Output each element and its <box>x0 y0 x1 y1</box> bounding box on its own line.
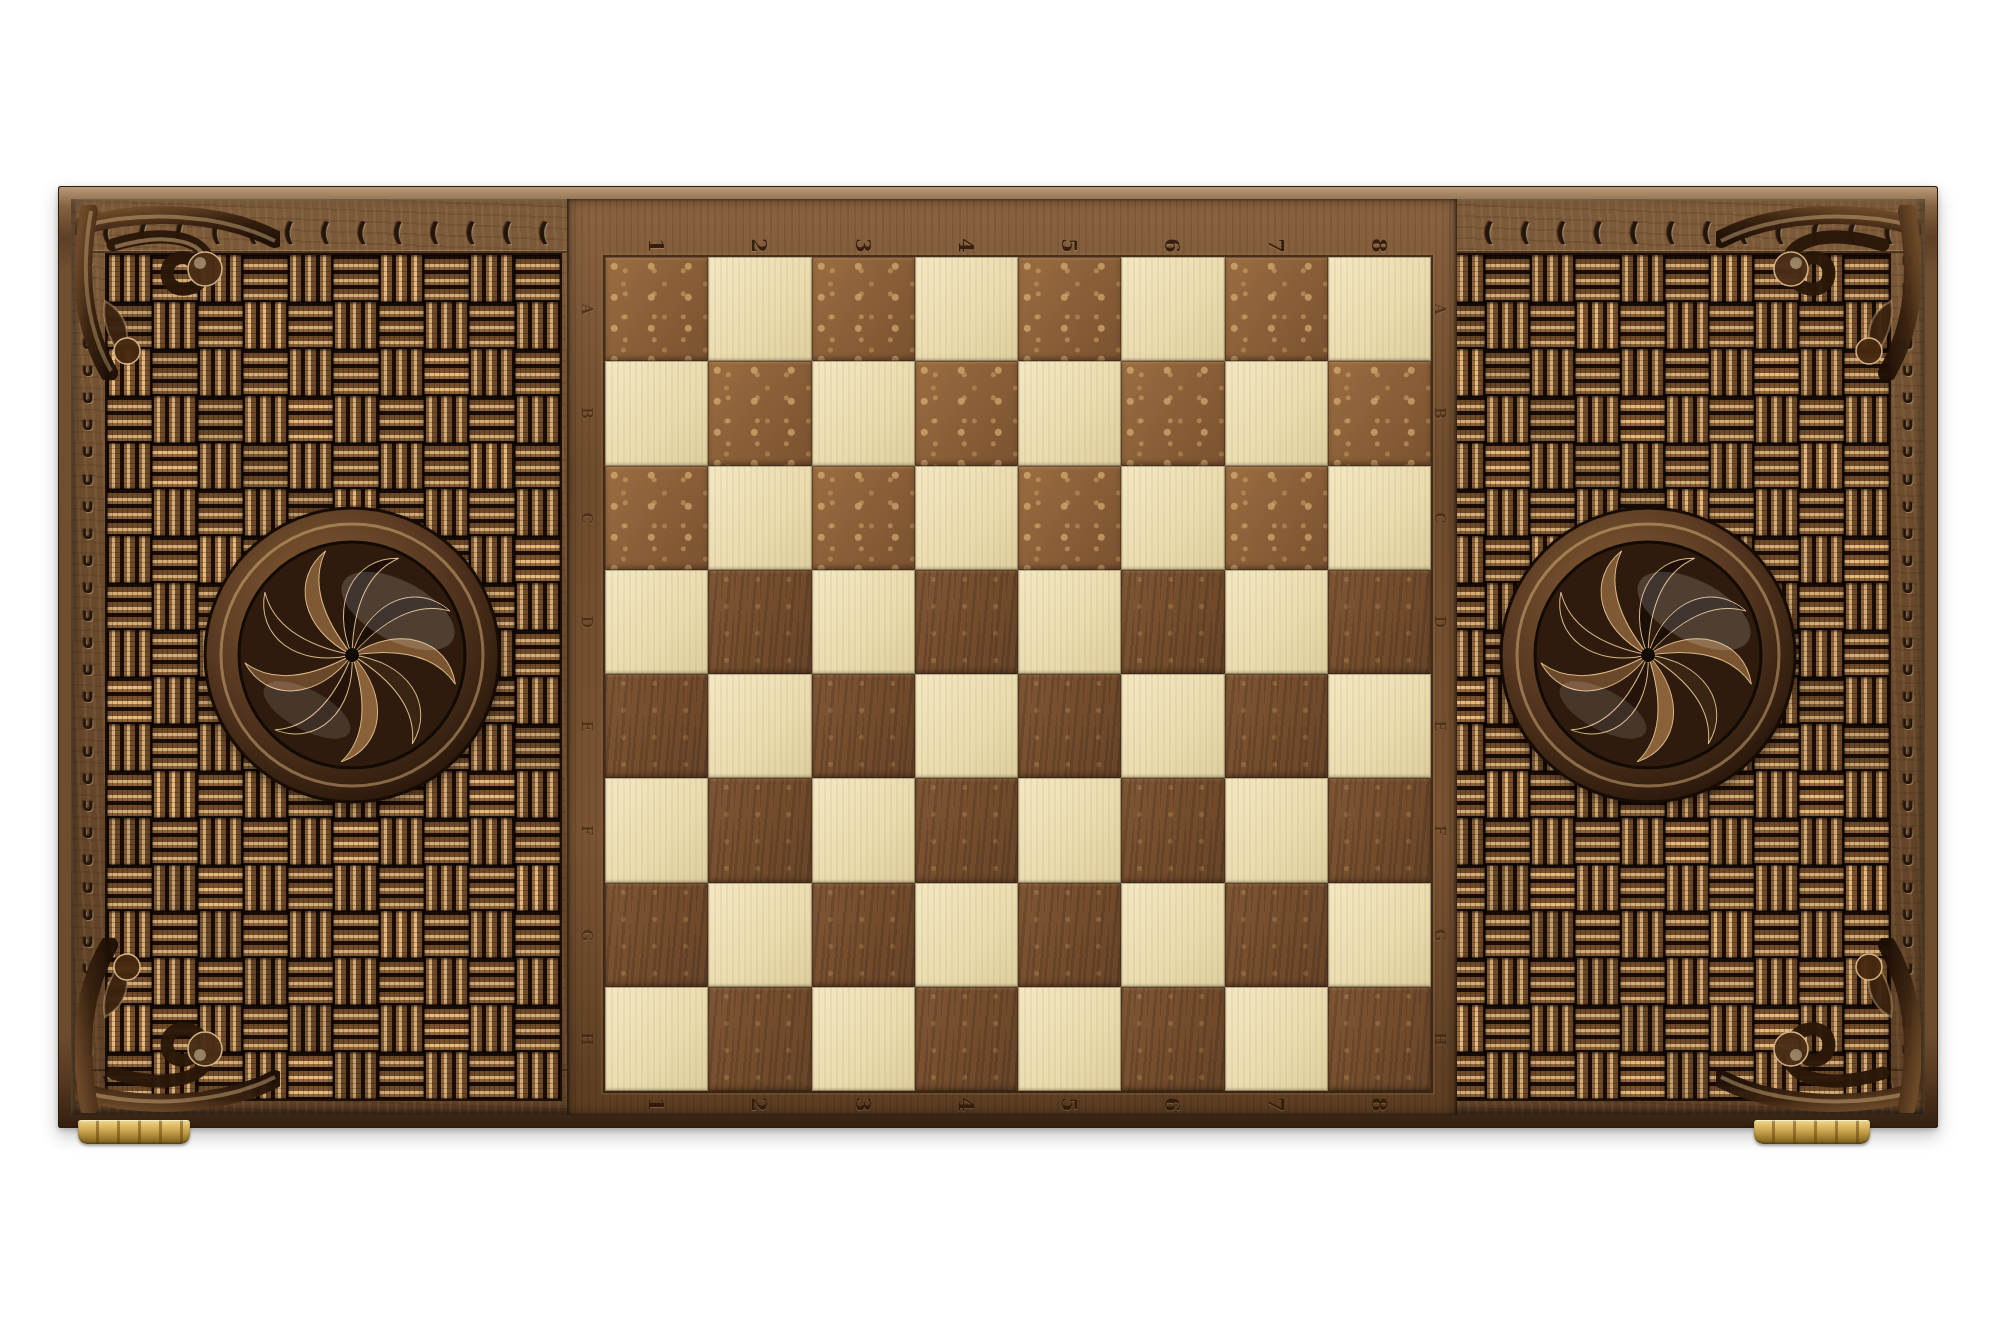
border-carving-mark: ∪ <box>81 715 95 742</box>
square-c5[interactable] <box>1018 466 1121 570</box>
square-e7[interactable] <box>1225 674 1328 778</box>
weave-cell <box>515 255 560 302</box>
square-h1[interactable] <box>605 987 708 1091</box>
square-b6[interactable] <box>1121 361 1224 465</box>
weave-cell <box>1844 443 1889 490</box>
square-d6[interactable] <box>1121 570 1224 674</box>
weave-cell <box>424 396 469 443</box>
border-carving-mark: ∪ <box>81 879 95 906</box>
border-carving-mark: ∪ <box>1901 743 1915 770</box>
square-f1[interactable] <box>605 778 708 882</box>
weave-cell <box>152 583 197 630</box>
weave-cell <box>1530 818 1575 865</box>
weave-cell <box>1665 443 1710 490</box>
border-carving-mark: ∪ <box>1901 688 1915 715</box>
border-carving-mark: ( <box>1652 220 1688 245</box>
border-carving-mark: ∪ <box>81 416 95 443</box>
weave-cell <box>1575 958 1620 1005</box>
weave-cell <box>515 349 560 396</box>
square-a3[interactable] <box>812 257 915 361</box>
weave-cell <box>288 1005 333 1052</box>
weave-cell <box>107 396 152 443</box>
border-carving-mark: ∪ <box>1901 579 1915 606</box>
square-g4[interactable] <box>915 883 1018 987</box>
weave-cell <box>515 771 560 818</box>
border-carving-mark: ∪ <box>1901 770 1915 797</box>
rank-letters-left: ABCDEFGH <box>576 257 598 1091</box>
left-swirl-medallion <box>202 505 502 805</box>
weave-cell <box>1485 255 1530 302</box>
weave-cell <box>1754 818 1799 865</box>
weave-cell <box>469 958 514 1005</box>
border-carving-mark: ∪ <box>81 471 95 498</box>
border-carving-mark: ( <box>525 220 561 245</box>
corner-ornament-top-left <box>75 205 280 380</box>
weave-cell <box>333 911 378 958</box>
weave-cell <box>515 443 560 490</box>
weave-cell <box>333 302 378 349</box>
weave-cell <box>152 724 197 771</box>
border-carving-mark: ∪ <box>81 443 95 470</box>
weave-cell <box>1665 958 1710 1005</box>
weave-cell <box>1665 818 1710 865</box>
square-g6[interactable] <box>1121 883 1224 987</box>
weave-cell <box>469 443 514 490</box>
weave-cell <box>152 771 197 818</box>
weave-cell <box>515 865 560 912</box>
weave-cell <box>198 865 243 912</box>
weave-cell <box>243 818 288 865</box>
weave-cell <box>1530 255 1575 302</box>
border-carving-mark: ∪ <box>81 525 95 552</box>
border-carving-mark: ( <box>489 220 525 245</box>
weave-cell <box>1575 443 1620 490</box>
weave-cell <box>152 536 197 583</box>
weave-cell <box>1530 1052 1575 1099</box>
weave-cell <box>469 818 514 865</box>
rank-letters-right: ABCDEFGH <box>1429 257 1451 1091</box>
weave-cell <box>379 396 424 443</box>
border-carving-mark: ( <box>1543 220 1579 245</box>
weave-cell <box>107 724 152 771</box>
weave-cell <box>107 677 152 724</box>
weave-cell <box>107 489 152 536</box>
border-carving-mark: ( <box>380 220 416 245</box>
square-f5[interactable] <box>1018 778 1121 882</box>
square-f3[interactable] <box>812 778 915 882</box>
border-carving-mark: ∪ <box>1901 824 1915 851</box>
border-carving-mark: ( <box>416 220 452 245</box>
weave-cell <box>333 958 378 1005</box>
weave-cell <box>1575 1052 1620 1099</box>
square-d7[interactable] <box>1225 570 1328 674</box>
border-carving-mark: ( <box>1616 220 1652 245</box>
border-carving-mark: ∪ <box>1901 471 1915 498</box>
square-c8[interactable] <box>1328 466 1431 570</box>
weave-cell <box>1575 1005 1620 1052</box>
border-carving-mark: ∪ <box>81 634 95 661</box>
weave-cell <box>107 443 152 490</box>
square-d4[interactable] <box>915 570 1018 674</box>
square-b5[interactable] <box>1018 361 1121 465</box>
square-a1[interactable] <box>605 257 708 361</box>
square-g5[interactable] <box>1018 883 1121 987</box>
weave-cell <box>107 630 152 677</box>
square-a8[interactable] <box>1328 257 1431 361</box>
border-carving-mark: ∪ <box>81 498 95 525</box>
weave-cell <box>469 1005 514 1052</box>
border-carving-mark: ∪ <box>1901 879 1915 906</box>
square-a6[interactable] <box>1121 257 1224 361</box>
square-f6[interactable] <box>1121 778 1224 882</box>
weave-cell <box>1844 396 1889 443</box>
square-d1[interactable] <box>605 570 708 674</box>
weave-cell <box>1620 396 1665 443</box>
weave-cell <box>288 396 333 443</box>
weave-cell <box>1844 865 1889 912</box>
border-carving-mark: ∪ <box>1901 607 1915 634</box>
border-carving-mark: ∪ <box>1901 443 1915 470</box>
border-carving-mark: ( <box>453 220 489 245</box>
weave-cell <box>288 958 333 1005</box>
weave-cell <box>198 396 243 443</box>
weave-cell <box>424 911 469 958</box>
square-g7[interactable] <box>1225 883 1328 987</box>
weave-cell <box>333 443 378 490</box>
square-h4[interactable] <box>915 987 1018 1091</box>
weave-cell <box>333 818 378 865</box>
weave-cell <box>379 958 424 1005</box>
weave-cell <box>515 536 560 583</box>
weave-cell <box>1620 302 1665 349</box>
weave-cell <box>1799 630 1844 677</box>
weave-cell <box>107 818 152 865</box>
square-e4[interactable] <box>915 674 1018 778</box>
weave-cell <box>1530 443 1575 490</box>
square-a2[interactable] <box>708 257 811 361</box>
weave-cell <box>424 1005 469 1052</box>
square-f4[interactable] <box>915 778 1018 882</box>
border-carving-mark: ∪ <box>81 770 95 797</box>
weave-cell <box>1844 818 1889 865</box>
border-carving-mark: ∪ <box>1901 661 1915 688</box>
square-g3[interactable] <box>812 883 915 987</box>
corner-ornament-top-right <box>1716 205 1921 380</box>
weave-cell <box>243 443 288 490</box>
weave-cell <box>1530 396 1575 443</box>
weave-cell <box>1530 302 1575 349</box>
weave-cell <box>1575 349 1620 396</box>
weave-cell <box>469 865 514 912</box>
weave-cell <box>424 302 469 349</box>
weave-cell <box>1799 771 1844 818</box>
border-carving-mark: ∪ <box>1901 715 1915 742</box>
weave-cell <box>107 583 152 630</box>
square-h7[interactable] <box>1225 987 1328 1091</box>
border-carving-mark: ∪ <box>1901 797 1915 824</box>
square-a5[interactable] <box>1018 257 1121 361</box>
weave-cell <box>243 396 288 443</box>
square-f8[interactable] <box>1328 778 1431 882</box>
weave-cell <box>288 443 333 490</box>
square-h8[interactable] <box>1328 987 1431 1091</box>
square-f2[interactable] <box>708 778 811 882</box>
weave-cell <box>1620 1052 1665 1099</box>
weave-cell <box>379 443 424 490</box>
weave-cell <box>515 958 560 1005</box>
weave-cell <box>1665 1005 1710 1052</box>
weave-cell <box>1799 583 1844 630</box>
weave-cell <box>1665 1052 1710 1099</box>
border-carving-mark: ∪ <box>81 389 95 416</box>
weave-cell <box>424 255 469 302</box>
weave-cell <box>515 630 560 677</box>
weave-cell <box>379 865 424 912</box>
weave-cell <box>469 911 514 958</box>
weave-cell <box>469 396 514 443</box>
eternity-rosette-icon <box>1498 505 1798 805</box>
weave-cell <box>288 911 333 958</box>
border-carving-mark: ∪ <box>1901 389 1915 416</box>
weave-cell <box>1620 1005 1665 1052</box>
weave-cell <box>1575 911 1620 958</box>
weave-cell <box>1620 865 1665 912</box>
weave-cell <box>1485 349 1530 396</box>
border-carving-mark: ( <box>307 220 343 245</box>
weave-cell <box>1575 865 1620 912</box>
square-e5[interactable] <box>1018 674 1121 778</box>
border-carving-mark: ∪ <box>1901 416 1915 443</box>
square-c2[interactable] <box>708 466 811 570</box>
weave-cell <box>152 443 197 490</box>
weave-cell <box>1844 583 1889 630</box>
weave-cell <box>1485 958 1530 1005</box>
weave-cell <box>107 536 152 583</box>
weave-cell <box>1709 818 1754 865</box>
weave-cell <box>1530 911 1575 958</box>
square-b7[interactable] <box>1225 361 1328 465</box>
weave-cell <box>1485 865 1530 912</box>
weave-cell <box>198 443 243 490</box>
weave-cell <box>424 443 469 490</box>
weave-cell <box>288 302 333 349</box>
square-c3[interactable] <box>812 466 915 570</box>
square-d8[interactable] <box>1328 570 1431 674</box>
weave-cell <box>1620 255 1665 302</box>
weave-cell <box>1575 302 1620 349</box>
square-h2[interactable] <box>708 987 811 1091</box>
weave-cell <box>379 302 424 349</box>
weave-cell <box>107 771 152 818</box>
weave-cell <box>152 818 197 865</box>
weave-cell <box>288 255 333 302</box>
weave-cell <box>1575 396 1620 443</box>
weave-cell <box>333 1052 378 1099</box>
square-g8[interactable] <box>1328 883 1431 987</box>
weave-cell <box>1485 443 1530 490</box>
weave-cell <box>1575 255 1620 302</box>
border-carving-mark: ∪ <box>81 906 95 933</box>
weave-cell <box>469 302 514 349</box>
weave-cell <box>288 349 333 396</box>
weave-cell <box>333 865 378 912</box>
weave-cell <box>1799 443 1844 490</box>
weave-cell <box>1620 443 1665 490</box>
weave-cell <box>1530 865 1575 912</box>
weave-cell <box>1799 818 1844 865</box>
square-b8[interactable] <box>1328 361 1431 465</box>
weave-cell <box>1620 349 1665 396</box>
square-e3[interactable] <box>812 674 915 778</box>
file-numbers-top: 12345678 <box>605 233 1431 256</box>
square-f7[interactable] <box>1225 778 1328 882</box>
weave-cell <box>1485 1052 1530 1099</box>
border-carving-mark: ∪ <box>81 552 95 579</box>
border-carving-mark: ∪ <box>81 797 95 824</box>
weave-cell <box>333 1005 378 1052</box>
weave-cell <box>333 396 378 443</box>
weave-cell <box>1665 396 1710 443</box>
weave-cell <box>424 818 469 865</box>
weave-cell <box>152 865 197 912</box>
border-carving-mark: ( <box>1471 220 1507 245</box>
weave-cell <box>1665 865 1710 912</box>
square-g2[interactable] <box>708 883 811 987</box>
border-carving-mark: ∪ <box>81 661 95 688</box>
border-carving-mark: ( <box>1507 220 1543 245</box>
weave-cell <box>1665 255 1710 302</box>
square-d3[interactable] <box>812 570 915 674</box>
border-carving-mark: ∪ <box>81 607 95 634</box>
weave-cell <box>379 1005 424 1052</box>
weave-cell <box>1575 818 1620 865</box>
weave-cell <box>198 818 243 865</box>
weave-cell <box>424 958 469 1005</box>
weave-cell <box>1709 865 1754 912</box>
weave-cell <box>1799 865 1844 912</box>
border-carving-mark: ∪ <box>81 851 95 878</box>
border-carving-mark: ( <box>344 220 380 245</box>
square-a7[interactable] <box>1225 257 1328 361</box>
screenshot: ((((((((((((((((((((((((((((((((((((((((… <box>0 0 2000 1333</box>
square-c7[interactable] <box>1225 466 1328 570</box>
square-h5[interactable] <box>1018 987 1121 1091</box>
eternity-rosette-icon <box>202 505 502 805</box>
corner-ornament-bottom-left <box>75 938 280 1113</box>
weave-cell <box>424 349 469 396</box>
weave-cell <box>1754 396 1799 443</box>
weave-cell <box>1665 911 1710 958</box>
weave-cell <box>379 349 424 396</box>
weave-cell <box>379 255 424 302</box>
weave-cell <box>1665 302 1710 349</box>
border-carving-mark: ∪ <box>1901 906 1915 933</box>
weave-cell <box>152 489 197 536</box>
file-numbers-bottom: 12345678 <box>605 1092 1431 1114</box>
weave-cell <box>379 818 424 865</box>
square-a4[interactable] <box>915 257 1018 361</box>
weave-cell <box>469 349 514 396</box>
weave-cell <box>424 1052 469 1099</box>
border-carving-mark: ∪ <box>1901 498 1915 525</box>
weave-cell <box>1844 489 1889 536</box>
weave-cell <box>152 677 197 724</box>
weave-cell <box>1799 489 1844 536</box>
border-carving-mark: ∪ <box>1901 552 1915 579</box>
square-d5[interactable] <box>1018 570 1121 674</box>
weave-cell <box>1844 677 1889 724</box>
weave-cell <box>1754 865 1799 912</box>
weave-cell <box>243 865 288 912</box>
weave-cell <box>1754 443 1799 490</box>
weave-cell <box>288 865 333 912</box>
square-b4[interactable] <box>915 361 1018 465</box>
carved-surface: ((((((((((((((((((((((((((((((((((((((((… <box>71 199 1925 1115</box>
weave-cell <box>1844 630 1889 677</box>
weave-cell <box>333 255 378 302</box>
weave-cell <box>1620 911 1665 958</box>
weave-cell <box>1844 771 1889 818</box>
square-d2[interactable] <box>708 570 811 674</box>
weave-cell <box>1709 396 1754 443</box>
weave-cell <box>107 865 152 912</box>
square-c6[interactable] <box>1121 466 1224 570</box>
weave-cell <box>424 865 469 912</box>
board-squares <box>605 257 1431 1091</box>
right-swirl-medallion <box>1498 505 1798 805</box>
weave-cell <box>1530 1005 1575 1052</box>
weave-cell <box>1530 958 1575 1005</box>
weave-cell <box>1799 396 1844 443</box>
brass-hinge-left <box>78 1120 190 1144</box>
chess-board: 12345678 12345678 ABCDEFGH ABCDEFGH <box>567 199 1457 1115</box>
weave-cell <box>1665 349 1710 396</box>
square-e2[interactable] <box>708 674 811 778</box>
weave-cell <box>288 1052 333 1099</box>
weave-cell <box>1844 724 1889 771</box>
weave-cell <box>1799 677 1844 724</box>
weave-cell <box>288 818 333 865</box>
border-carving-mark: ∪ <box>1901 634 1915 661</box>
weave-cell <box>515 1052 560 1099</box>
corner-ornament-bottom-right <box>1716 938 1921 1113</box>
weave-cell <box>333 349 378 396</box>
weave-cell <box>1799 724 1844 771</box>
square-b3[interactable] <box>812 361 915 465</box>
weave-cell <box>379 1052 424 1099</box>
square-c1[interactable] <box>605 466 708 570</box>
square-h6[interactable] <box>1121 987 1224 1091</box>
border-carving-mark: ∪ <box>81 743 95 770</box>
border-carving-mark: ∪ <box>1901 525 1915 552</box>
square-c4[interactable] <box>915 466 1018 570</box>
square-g1[interactable] <box>605 883 708 987</box>
square-e6[interactable] <box>1121 674 1224 778</box>
weave-cell <box>1709 443 1754 490</box>
border-carving-mark: ∪ <box>81 824 95 851</box>
square-e1[interactable] <box>605 674 708 778</box>
weave-cell <box>1530 349 1575 396</box>
square-e8[interactable] <box>1328 674 1431 778</box>
weave-cell <box>469 1052 514 1099</box>
square-b1[interactable] <box>605 361 708 465</box>
brass-hinge-right <box>1754 1120 1870 1144</box>
border-carving-mark: ∪ <box>81 579 95 606</box>
square-h3[interactable] <box>812 987 915 1091</box>
weave-cell <box>469 255 514 302</box>
square-b2[interactable] <box>708 361 811 465</box>
weave-cell <box>152 630 197 677</box>
